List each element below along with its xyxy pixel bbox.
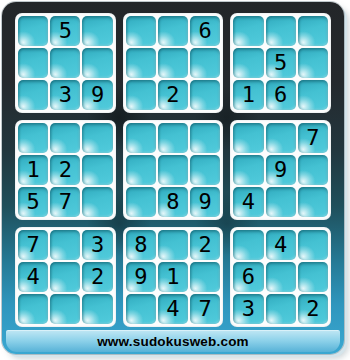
sudoku-board: 5396251612578979473428291474632 xyxy=(2,2,344,327)
cell-r4c9[interactable]: 7 xyxy=(298,123,328,153)
cell-r7c2[interactable] xyxy=(50,230,80,260)
cell-r4c4[interactable] xyxy=(126,123,156,153)
cell-r7c7[interactable] xyxy=(233,230,263,260)
cell-r8c4[interactable]: 9 xyxy=(126,262,156,292)
cell-r2c2[interactable] xyxy=(50,48,80,78)
cell-r6c6[interactable]: 9 xyxy=(190,187,220,217)
block-1-3: 516 xyxy=(230,13,331,113)
cell-r1c9[interactable] xyxy=(298,16,328,46)
block-1-1: 539 xyxy=(15,13,116,113)
cell-r8c7[interactable]: 6 xyxy=(233,262,263,292)
cell-r4c3[interactable] xyxy=(82,123,112,153)
cell-r5c4[interactable] xyxy=(126,155,156,185)
cell-r1c2[interactable]: 5 xyxy=(50,16,80,46)
cell-r3c2[interactable]: 3 xyxy=(50,80,80,110)
cell-r1c1[interactable] xyxy=(18,16,48,46)
cell-r5c6[interactable] xyxy=(190,155,220,185)
cell-r6c4[interactable] xyxy=(126,187,156,217)
cell-r5c2[interactable]: 2 xyxy=(50,155,80,185)
cell-r7c3[interactable]: 3 xyxy=(82,230,112,260)
cell-r1c8[interactable] xyxy=(266,16,296,46)
cell-r9c1[interactable] xyxy=(18,294,48,324)
cell-r2c9[interactable] xyxy=(298,48,328,78)
cell-r9c7[interactable]: 3 xyxy=(233,294,263,324)
cell-r2c8[interactable]: 5 xyxy=(266,48,296,78)
cell-r9c2[interactable] xyxy=(50,294,80,324)
cell-r8c3[interactable]: 2 xyxy=(82,262,112,292)
cell-r4c7[interactable] xyxy=(233,123,263,153)
cell-r3c8[interactable]: 6 xyxy=(266,80,296,110)
block-1-2: 62 xyxy=(123,13,224,113)
cell-r9c6[interactable]: 7 xyxy=(190,294,220,324)
block-2-2: 89 xyxy=(123,120,224,220)
cell-r2c7[interactable] xyxy=(233,48,263,78)
cell-r5c3[interactable] xyxy=(82,155,112,185)
block-3-1: 7342 xyxy=(15,227,116,327)
cell-r9c8[interactable] xyxy=(266,294,296,324)
cell-r6c5[interactable]: 8 xyxy=(158,187,188,217)
cell-r1c3[interactable] xyxy=(82,16,112,46)
cell-r4c8[interactable] xyxy=(266,123,296,153)
cell-r2c3[interactable] xyxy=(82,48,112,78)
cell-r3c9[interactable] xyxy=(298,80,328,110)
cell-r6c9[interactable] xyxy=(298,187,328,217)
cell-r9c5[interactable]: 4 xyxy=(158,294,188,324)
sudoku-app: 5396251612578979473428291474632 www.sudo… xyxy=(0,0,350,360)
cell-r5c7[interactable] xyxy=(233,155,263,185)
cell-r3c7[interactable]: 1 xyxy=(233,80,263,110)
cell-r5c9[interactable] xyxy=(298,155,328,185)
cell-r4c2[interactable] xyxy=(50,123,80,153)
cell-r8c9[interactable] xyxy=(298,262,328,292)
cell-r6c1[interactable]: 5 xyxy=(18,187,48,217)
cell-r2c1[interactable] xyxy=(18,48,48,78)
block-3-3: 4632 xyxy=(230,227,331,327)
cell-r7c5[interactable] xyxy=(158,230,188,260)
cell-r8c5[interactable]: 1 xyxy=(158,262,188,292)
cell-r1c6[interactable]: 6 xyxy=(190,16,220,46)
cell-r9c9[interactable]: 2 xyxy=(298,294,328,324)
cell-r7c9[interactable] xyxy=(298,230,328,260)
cell-r8c2[interactable] xyxy=(50,262,80,292)
footer-band: www.sudokusweb.com xyxy=(6,330,340,352)
cell-r2c4[interactable] xyxy=(126,48,156,78)
cell-r9c3[interactable] xyxy=(82,294,112,324)
cell-r1c7[interactable] xyxy=(233,16,263,46)
cell-r5c8[interactable]: 9 xyxy=(266,155,296,185)
cell-r1c4[interactable] xyxy=(126,16,156,46)
cell-r8c1[interactable]: 4 xyxy=(18,262,48,292)
cell-r8c6[interactable] xyxy=(190,262,220,292)
cell-r8c8[interactable] xyxy=(266,262,296,292)
cell-r7c4[interactable]: 8 xyxy=(126,230,156,260)
cell-r6c2[interactable]: 7 xyxy=(50,187,80,217)
cell-r6c7[interactable]: 4 xyxy=(233,187,263,217)
block-2-1: 1257 xyxy=(15,120,116,220)
cell-r2c6[interactable] xyxy=(190,48,220,78)
cell-r3c5[interactable]: 2 xyxy=(158,80,188,110)
cell-r5c1[interactable]: 1 xyxy=(18,155,48,185)
block-2-3: 794 xyxy=(230,120,331,220)
cell-r3c4[interactable] xyxy=(126,80,156,110)
site-url[interactable]: www.sudokusweb.com xyxy=(97,334,249,349)
cell-r7c1[interactable]: 7 xyxy=(18,230,48,260)
board-frame: 5396251612578979473428291474632 www.sudo… xyxy=(2,2,344,354)
cell-r5c5[interactable] xyxy=(158,155,188,185)
cell-r6c3[interactable] xyxy=(82,187,112,217)
cell-r1c5[interactable] xyxy=(158,16,188,46)
cell-r9c4[interactable] xyxy=(126,294,156,324)
cell-r2c5[interactable] xyxy=(158,48,188,78)
cell-r4c5[interactable] xyxy=(158,123,188,153)
cell-r3c3[interactable]: 9 xyxy=(82,80,112,110)
block-3-2: 829147 xyxy=(123,227,224,327)
cell-r3c6[interactable] xyxy=(190,80,220,110)
cell-r7c6[interactable]: 2 xyxy=(190,230,220,260)
cell-r4c1[interactable] xyxy=(18,123,48,153)
cell-r4c6[interactable] xyxy=(190,123,220,153)
cell-r3c1[interactable] xyxy=(18,80,48,110)
cell-r7c8[interactable]: 4 xyxy=(266,230,296,260)
cell-r6c8[interactable] xyxy=(266,187,296,217)
